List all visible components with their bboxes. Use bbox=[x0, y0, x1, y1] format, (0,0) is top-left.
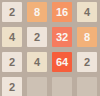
tile-4: 4 bbox=[27, 52, 47, 72]
tile-4: 4 bbox=[77, 2, 97, 22]
tile-2: 2 bbox=[2, 2, 22, 22]
tile-8: 8 bbox=[77, 27, 97, 47]
tile-8: 8 bbox=[27, 2, 47, 22]
empty-cell bbox=[27, 77, 47, 96]
tile-2: 2 bbox=[77, 52, 97, 72]
board-2048[interactable]: 2816442328246422 bbox=[0, 0, 100, 96]
empty-cell bbox=[77, 77, 97, 96]
tile-64: 64 bbox=[52, 52, 72, 72]
tile-16: 16 bbox=[52, 2, 72, 22]
tile-2: 2 bbox=[2, 77, 22, 96]
tile-32: 32 bbox=[52, 27, 72, 47]
tile-2: 2 bbox=[27, 27, 47, 47]
tile-4: 4 bbox=[2, 27, 22, 47]
empty-cell bbox=[52, 77, 72, 96]
tile-2: 2 bbox=[2, 52, 22, 72]
